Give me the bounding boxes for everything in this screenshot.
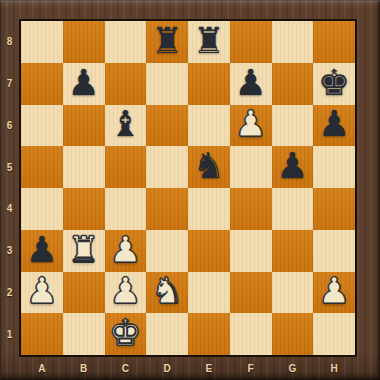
- square-a5[interactable]: [21, 146, 63, 188]
- rank-label-1: 1: [0, 313, 19, 355]
- square-c2[interactable]: ♟: [105, 272, 147, 314]
- square-f7[interactable]: ♟: [230, 63, 272, 105]
- square-h7[interactable]: ♚: [313, 63, 355, 105]
- square-d1[interactable]: [146, 313, 188, 355]
- square-c5[interactable]: [105, 146, 147, 188]
- square-b2[interactable]: [63, 272, 105, 314]
- chess-board-frame: ♜♜♟♟♚♝♟♟♞♟♟♜♟♟♟♞♟♚ 87654321 ABCDEFGH: [0, 0, 380, 380]
- square-c3[interactable]: ♟: [105, 230, 147, 272]
- square-b5[interactable]: [63, 146, 105, 188]
- white-rook[interactable]: ♜: [67, 232, 99, 268]
- white-pawn[interactable]: ♟: [26, 273, 58, 309]
- square-f8[interactable]: [230, 21, 272, 63]
- square-d8[interactable]: ♜: [146, 21, 188, 63]
- rank-label-8: 8: [0, 21, 19, 63]
- file-labels: ABCDEFGH: [21, 357, 355, 380]
- square-g3[interactable]: [272, 230, 314, 272]
- square-a1[interactable]: [21, 313, 63, 355]
- rank-labels: 87654321: [0, 21, 19, 355]
- rank-label-4: 4: [0, 188, 19, 230]
- square-d4[interactable]: [146, 188, 188, 230]
- white-king[interactable]: ♚: [109, 315, 141, 351]
- file-label-a: A: [21, 357, 63, 380]
- black-king[interactable]: ♚: [318, 65, 350, 101]
- square-f3[interactable]: [230, 230, 272, 272]
- square-a3[interactable]: ♟: [21, 230, 63, 272]
- chess-board: ♜♜♟♟♚♝♟♟♞♟♟♜♟♟♟♞♟♚: [19, 19, 357, 357]
- black-rook[interactable]: ♜: [151, 23, 183, 59]
- white-pawn[interactable]: ♟: [318, 273, 350, 309]
- square-c7[interactable]: [105, 63, 147, 105]
- square-a7[interactable]: [21, 63, 63, 105]
- square-h2[interactable]: ♟: [313, 272, 355, 314]
- black-pawn[interactable]: ♟: [234, 65, 266, 101]
- square-e3[interactable]: [188, 230, 230, 272]
- square-h4[interactable]: [313, 188, 355, 230]
- square-a2[interactable]: ♟: [21, 272, 63, 314]
- black-pawn[interactable]: ♟: [276, 148, 308, 184]
- square-g6[interactable]: [272, 105, 314, 147]
- square-e5[interactable]: ♞: [188, 146, 230, 188]
- square-b4[interactable]: [63, 188, 105, 230]
- black-pawn[interactable]: ♟: [67, 65, 99, 101]
- file-label-d: D: [146, 357, 188, 380]
- square-f2[interactable]: [230, 272, 272, 314]
- file-label-b: B: [63, 357, 105, 380]
- square-b8[interactable]: [63, 21, 105, 63]
- square-g7[interactable]: [272, 63, 314, 105]
- square-e1[interactable]: [188, 313, 230, 355]
- square-a8[interactable]: [21, 21, 63, 63]
- square-f1[interactable]: [230, 313, 272, 355]
- file-label-c: C: [105, 357, 147, 380]
- black-pawn[interactable]: ♟: [26, 232, 58, 268]
- square-e7[interactable]: [188, 63, 230, 105]
- square-h3[interactable]: [313, 230, 355, 272]
- square-g1[interactable]: [272, 313, 314, 355]
- white-pawn[interactable]: ♟: [234, 106, 266, 142]
- square-h1[interactable]: [313, 313, 355, 355]
- square-a6[interactable]: [21, 105, 63, 147]
- square-g4[interactable]: [272, 188, 314, 230]
- square-f5[interactable]: [230, 146, 272, 188]
- square-d6[interactable]: [146, 105, 188, 147]
- square-e2[interactable]: [188, 272, 230, 314]
- file-label-f: F: [230, 357, 272, 380]
- file-label-e: E: [188, 357, 230, 380]
- square-g8[interactable]: [272, 21, 314, 63]
- square-g5[interactable]: ♟: [272, 146, 314, 188]
- square-g2[interactable]: [272, 272, 314, 314]
- square-c8[interactable]: [105, 21, 147, 63]
- square-c6[interactable]: ♝: [105, 105, 147, 147]
- square-d5[interactable]: [146, 146, 188, 188]
- square-b7[interactable]: ♟: [63, 63, 105, 105]
- square-b3[interactable]: ♜: [63, 230, 105, 272]
- rank-label-3: 3: [0, 230, 19, 272]
- file-label-g: G: [272, 357, 314, 380]
- white-knight[interactable]: ♞: [151, 273, 183, 309]
- square-h6[interactable]: ♟: [313, 105, 355, 147]
- rank-label-5: 5: [0, 146, 19, 188]
- rank-label-7: 7: [0, 63, 19, 105]
- rank-label-2: 2: [0, 272, 19, 314]
- white-pawn[interactable]: ♟: [109, 273, 141, 309]
- square-c4[interactable]: [105, 188, 147, 230]
- black-bishop[interactable]: ♝: [109, 106, 141, 142]
- square-c1[interactable]: ♚: [105, 313, 147, 355]
- square-e6[interactable]: [188, 105, 230, 147]
- square-d3[interactable]: [146, 230, 188, 272]
- white-pawn[interactable]: ♟: [109, 232, 141, 268]
- square-b6[interactable]: [63, 105, 105, 147]
- black-knight[interactable]: ♞: [193, 148, 225, 184]
- square-f4[interactable]: [230, 188, 272, 230]
- square-h5[interactable]: [313, 146, 355, 188]
- square-d7[interactable]: [146, 63, 188, 105]
- file-label-h: H: [313, 357, 355, 380]
- square-e8[interactable]: ♜: [188, 21, 230, 63]
- black-rook[interactable]: ♜: [193, 23, 225, 59]
- square-h8[interactable]: [313, 21, 355, 63]
- rank-label-6: 6: [0, 105, 19, 147]
- square-e4[interactable]: [188, 188, 230, 230]
- square-f6[interactable]: ♟: [230, 105, 272, 147]
- black-pawn[interactable]: ♟: [318, 106, 350, 142]
- square-b1[interactable]: [63, 313, 105, 355]
- square-a4[interactable]: [21, 188, 63, 230]
- square-d2[interactable]: ♞: [146, 272, 188, 314]
